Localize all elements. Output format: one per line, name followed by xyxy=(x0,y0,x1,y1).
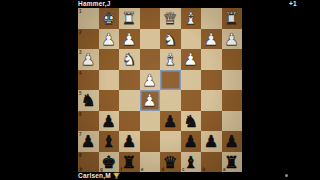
square-f7[interactable]: ♟ xyxy=(119,131,140,152)
evaluation-label: +1 xyxy=(289,0,297,8)
trophy-icon xyxy=(113,172,120,179)
white-pawn-a2: ♟ xyxy=(222,29,243,50)
black-knight-c6: ♞ xyxy=(181,111,202,132)
square-c5[interactable] xyxy=(181,90,202,111)
rank-label-2: 2 xyxy=(79,30,82,35)
square-b2[interactable]: ♟ xyxy=(201,29,222,50)
square-b3[interactable] xyxy=(201,49,222,70)
square-f4[interactable] xyxy=(119,70,140,91)
square-h7[interactable]: ♟7 xyxy=(78,131,99,152)
white-pawn-g2: ♟ xyxy=(99,29,120,50)
white-pawn-c3: ♟ xyxy=(181,49,202,70)
square-e4[interactable]: ♟ xyxy=(140,70,161,91)
square-h3[interactable]: ♟3 xyxy=(78,49,99,70)
square-e7[interactable] xyxy=(140,131,161,152)
square-b4[interactable] xyxy=(201,70,222,91)
square-h4[interactable]: 4 xyxy=(78,70,99,91)
black-bishop-c8: ♝ xyxy=(181,152,202,173)
square-f8[interactable]: ♜f xyxy=(119,152,140,173)
white-knight-f3: ♞ xyxy=(119,49,140,70)
black-rook-a8: ♜ xyxy=(222,152,243,173)
square-d2[interactable]: ♞ xyxy=(160,29,181,50)
file-label-d: d xyxy=(162,167,165,172)
square-f3[interactable]: ♞ xyxy=(119,49,140,70)
rank-label-5: 5 xyxy=(79,91,82,96)
square-c6[interactable]: ♞ xyxy=(181,111,202,132)
square-g5[interactable] xyxy=(99,90,120,111)
white-pawn-b2: ♟ xyxy=(201,29,222,50)
black-pawn-h7: ♟ xyxy=(78,131,99,152)
square-d7[interactable] xyxy=(160,131,181,152)
square-h1[interactable]: 1 xyxy=(78,8,99,29)
file-label-b: b xyxy=(203,167,206,172)
white-bishop-c1: ♝ xyxy=(181,8,202,29)
square-d1[interactable]: ♛ xyxy=(160,8,181,29)
square-e6[interactable] xyxy=(140,111,161,132)
square-b8[interactable]: b xyxy=(201,152,222,173)
square-f2[interactable]: ♟ xyxy=(119,29,140,50)
black-pawn-f7: ♟ xyxy=(119,131,140,152)
black-bishop-g7: ♝ xyxy=(99,131,120,152)
black-queen-d8: ♛ xyxy=(160,152,181,173)
white-pawn-h3: ♟ xyxy=(78,49,99,70)
square-a7[interactable]: ♟ xyxy=(222,131,243,152)
rank-label-7: 7 xyxy=(79,132,82,137)
square-b7[interactable]: ♟ xyxy=(201,131,222,152)
square-b6[interactable] xyxy=(201,111,222,132)
file-label-c: c xyxy=(182,167,185,172)
square-c3[interactable]: ♟ xyxy=(181,49,202,70)
black-knight-h5: ♞ xyxy=(78,90,99,111)
square-a3[interactable] xyxy=(222,49,243,70)
black-king-g8: ♚ xyxy=(99,152,120,173)
white-knight-d2: ♞ xyxy=(160,29,181,50)
white-rook-a1: ♜ xyxy=(222,8,243,29)
square-h5[interactable]: ♞5 xyxy=(78,90,99,111)
file-label-f: f xyxy=(121,167,123,172)
square-h2[interactable]: 2 xyxy=(78,29,99,50)
square-e5[interactable]: ♟ xyxy=(140,90,161,111)
square-d6[interactable]: ♟ xyxy=(160,111,181,132)
file-label-a: a xyxy=(223,167,226,172)
rank-label-8: 8 xyxy=(79,153,82,158)
chess-board: 1♚♜♛♝♜2♟♟♞♟♟♟3♞♝♟4♟♞5♟6♟♟♞♟7♝♟♟♟♟8h♚g♜fe… xyxy=(78,8,242,172)
white-king-g1: ♚ xyxy=(99,8,120,29)
square-e1[interactable] xyxy=(140,8,161,29)
square-e8[interactable]: e xyxy=(140,152,161,173)
player-name-top: Hammer,J xyxy=(78,0,111,8)
white-queen-d1: ♛ xyxy=(160,8,181,29)
file-label-h: h xyxy=(80,167,83,172)
square-a1[interactable]: ♜ xyxy=(222,8,243,29)
square-c8[interactable]: ♝c xyxy=(181,152,202,173)
square-d4[interactable] xyxy=(160,70,181,91)
square-h6[interactable]: 6 xyxy=(78,111,99,132)
square-g8[interactable]: ♚g xyxy=(99,152,120,173)
options-dot[interactable] xyxy=(285,174,288,177)
black-pawn-b7: ♟ xyxy=(201,131,222,152)
file-label-e: e xyxy=(141,167,144,172)
square-f5[interactable] xyxy=(119,90,140,111)
square-a6[interactable] xyxy=(222,111,243,132)
black-pawn-c7: ♟ xyxy=(181,131,202,152)
square-g4[interactable] xyxy=(99,70,120,91)
rank-label-4: 4 xyxy=(79,71,82,76)
square-e3[interactable] xyxy=(140,49,161,70)
white-pawn-e5: ♟ xyxy=(140,90,161,111)
square-a8[interactable]: ♜a xyxy=(222,152,243,173)
square-d5[interactable] xyxy=(160,90,181,111)
white-pawn-e4: ♟ xyxy=(140,70,161,91)
square-d8[interactable]: ♛d xyxy=(160,152,181,173)
square-g1[interactable]: ♚ xyxy=(99,8,120,29)
square-g2[interactable]: ♟ xyxy=(99,29,120,50)
square-c7[interactable]: ♟ xyxy=(181,131,202,152)
player-bar-bottom: Carlsen,M xyxy=(78,172,120,180)
square-d3[interactable]: ♝ xyxy=(160,49,181,70)
player-name-bottom: Carlsen,M xyxy=(78,172,111,180)
square-a2[interactable]: ♟ xyxy=(222,29,243,50)
white-pawn-f2: ♟ xyxy=(119,29,140,50)
file-label-g: g xyxy=(100,167,103,172)
square-f6[interactable] xyxy=(119,111,140,132)
rank-label-6: 6 xyxy=(79,112,82,117)
square-a5[interactable] xyxy=(222,90,243,111)
square-f1[interactable]: ♜ xyxy=(119,8,140,29)
square-b1[interactable] xyxy=(201,8,222,29)
black-rook-f8: ♜ xyxy=(119,152,140,173)
square-h8[interactable]: 8h xyxy=(78,152,99,173)
square-c4[interactable] xyxy=(181,70,202,91)
black-pawn-g6: ♟ xyxy=(99,111,120,132)
square-g3[interactable] xyxy=(99,49,120,70)
black-pawn-d6: ♟ xyxy=(160,111,181,132)
square-c1[interactable]: ♝ xyxy=(181,8,202,29)
rank-label-3: 3 xyxy=(79,50,82,55)
square-g7[interactable]: ♝ xyxy=(99,131,120,152)
app-canvas: Hammer,J +1 1♚♜♛♝♜2♟♟♞♟♟♟3♞♝♟4♟♞5♟6♟♟♞♟7… xyxy=(0,0,320,180)
square-g6[interactable]: ♟ xyxy=(99,111,120,132)
white-rook-f1: ♜ xyxy=(119,8,140,29)
square-e2[interactable] xyxy=(140,29,161,50)
square-b5[interactable] xyxy=(201,90,222,111)
black-pawn-a7: ♟ xyxy=(222,131,243,152)
white-bishop-d3: ♝ xyxy=(160,49,181,70)
square-a4[interactable] xyxy=(222,70,243,91)
rank-label-1: 1 xyxy=(79,9,82,14)
square-c2[interactable] xyxy=(181,29,202,50)
